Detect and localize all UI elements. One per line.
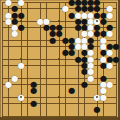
empty-intersection[interactable] bbox=[113, 113, 119, 119]
go-board[interactable]: ●●●●●●●●●●●●●●●●●●●●●●●●●●●●●●●●●●●●●●●●… bbox=[0, 0, 120, 120]
stones-layer: ●●●●●●●●●●●●●●●●●●●●●●●●●●●●●●●●●●●●●●●●… bbox=[0, 0, 119, 119]
